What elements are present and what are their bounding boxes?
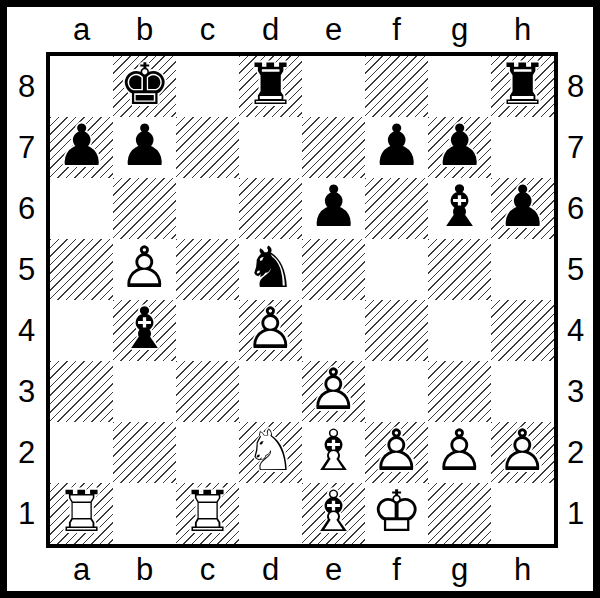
rank-labels-left: 87654321 [7, 56, 46, 544]
square-g4[interactable] [428, 300, 491, 361]
square-d4[interactable]: ♟♙ [239, 300, 302, 361]
file-label-bottom-d: d [239, 548, 302, 591]
rank-label-right-4: 4 [558, 300, 593, 361]
file-label-top-f: f [365, 7, 428, 52]
square-d8[interactable]: ♜♜ [239, 56, 302, 117]
square-g2[interactable]: ♟♙ [428, 422, 491, 483]
piece-glyph: ♗ [308, 483, 359, 540]
square-c8[interactable] [176, 56, 239, 117]
piece-glyph: ♜ [497, 56, 548, 113]
square-e1[interactable]: ♝♗ [302, 483, 365, 544]
square-d5[interactable]: ♞♞ [239, 239, 302, 300]
piece-glyph: ♟ [434, 117, 485, 174]
square-a1[interactable]: ♜♖ [50, 483, 113, 544]
rank-label-left-7: 7 [7, 117, 46, 178]
piece-glyph: ♙ [497, 422, 548, 479]
file-labels-bottom: abcdefgh [50, 548, 554, 591]
square-e3[interactable]: ♟♙ [302, 361, 365, 422]
square-c5[interactable] [176, 239, 239, 300]
rank-label-right-8: 8 [558, 56, 593, 117]
file-label-top-c: c [176, 7, 239, 52]
square-c1[interactable]: ♜♖ [176, 483, 239, 544]
piece-glyph: ♗ [308, 422, 359, 479]
square-b1[interactable] [113, 483, 176, 544]
square-f2[interactable]: ♟♙ [365, 422, 428, 483]
file-label-bottom-g: g [428, 548, 491, 591]
square-f6[interactable] [365, 178, 428, 239]
file-label-bottom-a: a [50, 548, 113, 591]
piece-glyph: ♟ [371, 117, 422, 174]
square-g1[interactable] [428, 483, 491, 544]
piece-glyph: ♙ [119, 239, 170, 296]
square-h3[interactable] [491, 361, 554, 422]
file-label-bottom-b: b [113, 548, 176, 591]
file-label-top-h: h [491, 7, 554, 52]
piece-glyph: ♟ [497, 178, 548, 235]
square-b5[interactable]: ♟♙ [113, 239, 176, 300]
file-labels-top: abcdefgh [50, 7, 554, 52]
square-b6[interactable] [113, 178, 176, 239]
file-label-bottom-h: h [491, 548, 554, 591]
black-rook[interactable]: ♜♜ [497, 56, 548, 113]
piece-glyph: ♘ [245, 422, 296, 479]
white-king[interactable]: ♚♔ [371, 483, 422, 540]
white-knight[interactable]: ♞♘ [245, 422, 296, 479]
file-label-bottom-f: f [365, 548, 428, 591]
square-b4[interactable]: ♝♝ [113, 300, 176, 361]
piece-glyph: ♜ [245, 56, 296, 113]
rank-label-left-5: 5 [7, 239, 46, 300]
white-pawn[interactable]: ♟♙ [497, 422, 548, 479]
square-h2[interactable]: ♟♙ [491, 422, 554, 483]
square-g6[interactable]: ♝♝ [428, 178, 491, 239]
piece-glyph: ♟ [56, 117, 107, 174]
rank-label-left-3: 3 [7, 361, 46, 422]
piece-glyph: ♖ [182, 483, 233, 540]
piece-glyph: ♝ [434, 178, 485, 235]
square-h1[interactable] [491, 483, 554, 544]
file-label-bottom-e: e [302, 548, 365, 591]
piece-glyph: ♞ [245, 239, 296, 296]
piece-glyph: ♝ [119, 300, 170, 357]
white-bishop[interactable]: ♝♗ [308, 422, 359, 479]
square-f5[interactable] [365, 239, 428, 300]
square-a5[interactable] [50, 239, 113, 300]
square-h4[interactable] [491, 300, 554, 361]
square-e5[interactable] [302, 239, 365, 300]
rank-label-right-6: 6 [558, 178, 593, 239]
piece-glyph: ♖ [56, 483, 107, 540]
square-d6[interactable] [239, 178, 302, 239]
square-g8[interactable] [428, 56, 491, 117]
piece-glyph: ♚ [119, 56, 170, 113]
square-f7[interactable]: ♟♟ [365, 117, 428, 178]
piece-glyph: ♙ [371, 422, 422, 479]
square-a4[interactable] [50, 300, 113, 361]
white-pawn[interactable]: ♟♙ [434, 422, 485, 479]
square-f1[interactable]: ♚♔ [365, 483, 428, 544]
rank-label-right-7: 7 [558, 117, 593, 178]
square-a3[interactable] [50, 361, 113, 422]
black-pawn[interactable]: ♟♟ [308, 178, 359, 235]
square-f3[interactable] [365, 361, 428, 422]
square-c6[interactable] [176, 178, 239, 239]
square-a2[interactable] [50, 422, 113, 483]
piece-glyph: ♟ [308, 178, 359, 235]
rank-label-right-2: 2 [558, 422, 593, 483]
square-e6[interactable]: ♟♟ [302, 178, 365, 239]
rank-label-left-8: 8 [7, 56, 46, 117]
white-pawn[interactable]: ♟♙ [371, 422, 422, 479]
black-pawn[interactable]: ♟♟ [119, 117, 170, 174]
file-label-top-b: b [113, 7, 176, 52]
piece-glyph: ♔ [371, 483, 422, 540]
rank-label-right-5: 5 [558, 239, 593, 300]
square-d2[interactable]: ♞♘ [239, 422, 302, 483]
rank-label-right-1: 1 [558, 483, 593, 544]
square-b7[interactable]: ♟♟ [113, 117, 176, 178]
piece-glyph: ♙ [308, 361, 359, 418]
piece-glyph: ♙ [245, 300, 296, 357]
board: ♚♚♜♜♜♜♟♟♟♟♟♟♟♟♟♟♝♝♟♟♟♙♞♞♝♝♟♙♟♙♞♘♝♗♟♙♟♙♟♙… [46, 52, 558, 548]
square-b8[interactable]: ♚♚ [113, 56, 176, 117]
file-label-top-d: d [239, 7, 302, 52]
square-e4[interactable] [302, 300, 365, 361]
rank-label-left-2: 2 [7, 422, 46, 483]
square-g5[interactable] [428, 239, 491, 300]
square-f8[interactable] [365, 56, 428, 117]
rank-label-left-6: 6 [7, 178, 46, 239]
square-a7[interactable]: ♟♟ [50, 117, 113, 178]
black-pawn[interactable]: ♟♟ [56, 117, 107, 174]
square-c7[interactable] [176, 117, 239, 178]
rank-label-right-3: 3 [558, 361, 593, 422]
rank-label-left-1: 1 [7, 483, 46, 544]
black-knight[interactable]: ♞♞ [245, 239, 296, 296]
square-e7[interactable] [302, 117, 365, 178]
black-rook[interactable]: ♜♜ [245, 56, 296, 113]
square-e2[interactable]: ♝♗ [302, 422, 365, 483]
diagram-panel: abcdefgh 87654321 ♚♚♜♜♜♜♟♟♟♟♟♟♟♟♟♟♝♝♟♟♟♙… [7, 7, 593, 591]
square-d3[interactable] [239, 361, 302, 422]
square-g7[interactable]: ♟♟ [428, 117, 491, 178]
square-c4[interactable] [176, 300, 239, 361]
square-a8[interactable] [50, 56, 113, 117]
rank-label-left-4: 4 [7, 300, 46, 361]
square-c2[interactable] [176, 422, 239, 483]
black-pawn[interactable]: ♟♟ [371, 117, 422, 174]
white-pawn[interactable]: ♟♙ [308, 361, 359, 418]
file-label-top-g: g [428, 7, 491, 52]
square-a6[interactable] [50, 178, 113, 239]
black-bishop[interactable]: ♝♝ [434, 178, 485, 235]
file-label-top-a: a [50, 7, 113, 52]
file-label-top-e: e [302, 7, 365, 52]
piece-glyph: ♟ [119, 117, 170, 174]
square-f4[interactable] [365, 300, 428, 361]
black-pawn[interactable]: ♟♟ [434, 117, 485, 174]
black-bishop[interactable]: ♝♝ [119, 300, 170, 357]
square-h6[interactable]: ♟♟ [491, 178, 554, 239]
square-d1[interactable] [239, 483, 302, 544]
square-d7[interactable] [239, 117, 302, 178]
white-pawn[interactable]: ♟♙ [245, 300, 296, 357]
black-pawn[interactable]: ♟♟ [497, 178, 548, 235]
square-h8[interactable]: ♜♜ [491, 56, 554, 117]
square-h5[interactable] [491, 239, 554, 300]
square-g3[interactable] [428, 361, 491, 422]
square-c3[interactable] [176, 361, 239, 422]
rank-labels-right: 87654321 [558, 56, 593, 544]
white-rook[interactable]: ♜♖ [182, 483, 233, 540]
square-b2[interactable] [113, 422, 176, 483]
file-label-bottom-c: c [176, 548, 239, 591]
square-e8[interactable] [302, 56, 365, 117]
piece-glyph: ♙ [434, 422, 485, 479]
white-pawn[interactable]: ♟♙ [119, 239, 170, 296]
square-b3[interactable] [113, 361, 176, 422]
white-rook[interactable]: ♜♖ [56, 483, 107, 540]
black-king[interactable]: ♚♚ [119, 56, 170, 113]
white-bishop[interactable]: ♝♗ [308, 483, 359, 540]
square-h7[interactable] [491, 117, 554, 178]
chess-diagram-page: { "game": "chess", "diagram_type": "stat… [0, 0, 600, 598]
